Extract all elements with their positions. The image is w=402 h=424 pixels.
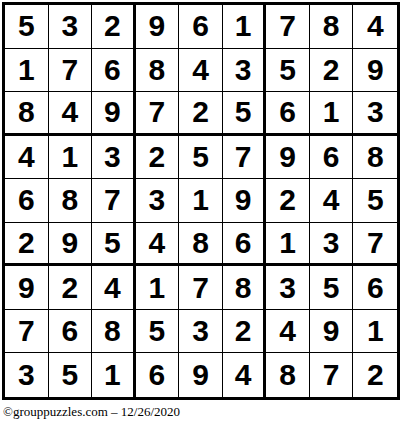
sudoku-cell-r3c6: 5 bbox=[223, 92, 267, 136]
sudoku-cell-r3c5: 2 bbox=[179, 92, 223, 136]
sudoku-cell-r7c7: 3 bbox=[266, 266, 310, 310]
sudoku-cell-r4c1: 4 bbox=[5, 136, 49, 180]
sudoku-cell-r7c3: 4 bbox=[92, 266, 136, 310]
sudoku-board: 5329617841768435298497256134132579686873… bbox=[2, 2, 400, 400]
sudoku-cell-r2c1: 1 bbox=[5, 49, 49, 93]
sudoku-cell-r9c2: 5 bbox=[49, 353, 93, 397]
sudoku-cell-r9c3: 1 bbox=[92, 353, 136, 397]
sudoku-cell-r5c7: 2 bbox=[266, 179, 310, 223]
sudoku-cell-r7c8: 5 bbox=[310, 266, 354, 310]
sudoku-cell-r5c3: 7 bbox=[92, 179, 136, 223]
sudoku-cell-r5c6: 9 bbox=[223, 179, 267, 223]
sudoku-cell-r4c7: 9 bbox=[266, 136, 310, 180]
sudoku-cell-r8c1: 7 bbox=[5, 310, 49, 354]
sudoku-cell-r6c3: 5 bbox=[92, 223, 136, 267]
sudoku-cell-r8c4: 5 bbox=[136, 310, 180, 354]
sudoku-cell-r1c3: 2 bbox=[92, 5, 136, 49]
sudoku-cell-r3c4: 7 bbox=[136, 92, 180, 136]
sudoku-cell-r2c4: 8 bbox=[136, 49, 180, 93]
sudoku-cell-r6c4: 4 bbox=[136, 223, 180, 267]
sudoku-cell-r3c2: 4 bbox=[49, 92, 93, 136]
sudoku-cell-r8c8: 9 bbox=[310, 310, 354, 354]
sudoku-cell-r7c1: 9 bbox=[5, 266, 49, 310]
sudoku-cell-r6c6: 6 bbox=[223, 223, 267, 267]
sudoku-cell-r2c7: 5 bbox=[266, 49, 310, 93]
sudoku-cell-r2c6: 3 bbox=[223, 49, 267, 93]
sudoku-cell-r2c8: 2 bbox=[310, 49, 354, 93]
sudoku-cell-r5c2: 8 bbox=[49, 179, 93, 223]
sudoku-cell-r2c2: 7 bbox=[49, 49, 93, 93]
sudoku-cell-r6c2: 9 bbox=[49, 223, 93, 267]
sudoku-cell-r4c5: 5 bbox=[179, 136, 223, 180]
sudoku-cell-r9c8: 7 bbox=[310, 353, 354, 397]
sudoku-cell-r4c6: 7 bbox=[223, 136, 267, 180]
sudoku-cell-r4c8: 6 bbox=[310, 136, 354, 180]
sudoku-cell-r5c9: 5 bbox=[353, 179, 397, 223]
sudoku-page: 5329617841768435298497256134132579686873… bbox=[0, 0, 402, 424]
sudoku-cell-r6c5: 8 bbox=[179, 223, 223, 267]
sudoku-cell-r9c5: 9 bbox=[179, 353, 223, 397]
sudoku-cell-r1c2: 3 bbox=[49, 5, 93, 49]
sudoku-cell-r5c8: 4 bbox=[310, 179, 354, 223]
sudoku-cell-r7c9: 6 bbox=[353, 266, 397, 310]
sudoku-cell-r8c5: 3 bbox=[179, 310, 223, 354]
sudoku-cell-r2c9: 9 bbox=[353, 49, 397, 93]
sudoku-cell-r4c2: 1 bbox=[49, 136, 93, 180]
sudoku-cell-r9c9: 2 bbox=[353, 353, 397, 397]
sudoku-cell-r4c9: 8 bbox=[353, 136, 397, 180]
sudoku-cell-r7c4: 1 bbox=[136, 266, 180, 310]
sudoku-cell-r4c4: 2 bbox=[136, 136, 180, 180]
sudoku-cell-r3c1: 8 bbox=[5, 92, 49, 136]
sudoku-cell-r6c8: 3 bbox=[310, 223, 354, 267]
copyright-footer: ©grouppuzzles.com – 12/26/2020 bbox=[3, 404, 180, 420]
sudoku-cell-r2c5: 4 bbox=[179, 49, 223, 93]
sudoku-cell-r6c9: 7 bbox=[353, 223, 397, 267]
sudoku-cell-r6c1: 2 bbox=[5, 223, 49, 267]
sudoku-cell-r8c6: 2 bbox=[223, 310, 267, 354]
sudoku-cell-r1c9: 4 bbox=[353, 5, 397, 49]
sudoku-cell-r2c3: 6 bbox=[92, 49, 136, 93]
sudoku-cell-r6c7: 1 bbox=[266, 223, 310, 267]
sudoku-cell-r5c4: 3 bbox=[136, 179, 180, 223]
sudoku-cell-r1c8: 8 bbox=[310, 5, 354, 49]
sudoku-cell-r8c7: 4 bbox=[266, 310, 310, 354]
sudoku-cell-r3c7: 6 bbox=[266, 92, 310, 136]
sudoku-cell-r7c5: 7 bbox=[179, 266, 223, 310]
sudoku-cell-r5c5: 1 bbox=[179, 179, 223, 223]
sudoku-cell-r1c7: 7 bbox=[266, 5, 310, 49]
sudoku-cell-r1c1: 5 bbox=[5, 5, 49, 49]
sudoku-cell-r7c2: 2 bbox=[49, 266, 93, 310]
sudoku-cell-r1c4: 9 bbox=[136, 5, 180, 49]
sudoku-cell-r9c6: 4 bbox=[223, 353, 267, 397]
sudoku-cell-r1c6: 1 bbox=[223, 5, 267, 49]
sudoku-cell-r3c9: 3 bbox=[353, 92, 397, 136]
sudoku-cell-r8c3: 8 bbox=[92, 310, 136, 354]
sudoku-cell-r3c8: 1 bbox=[310, 92, 354, 136]
sudoku-cell-r3c3: 9 bbox=[92, 92, 136, 136]
sudoku-cell-r1c5: 6 bbox=[179, 5, 223, 49]
sudoku-cell-r8c9: 1 bbox=[353, 310, 397, 354]
sudoku-cell-r9c4: 6 bbox=[136, 353, 180, 397]
sudoku-cell-r5c1: 6 bbox=[5, 179, 49, 223]
sudoku-cell-r9c7: 8 bbox=[266, 353, 310, 397]
sudoku-cell-r4c3: 3 bbox=[92, 136, 136, 180]
sudoku-cell-r9c1: 3 bbox=[5, 353, 49, 397]
sudoku-cell-r7c6: 8 bbox=[223, 266, 267, 310]
sudoku-cell-r8c2: 6 bbox=[49, 310, 93, 354]
